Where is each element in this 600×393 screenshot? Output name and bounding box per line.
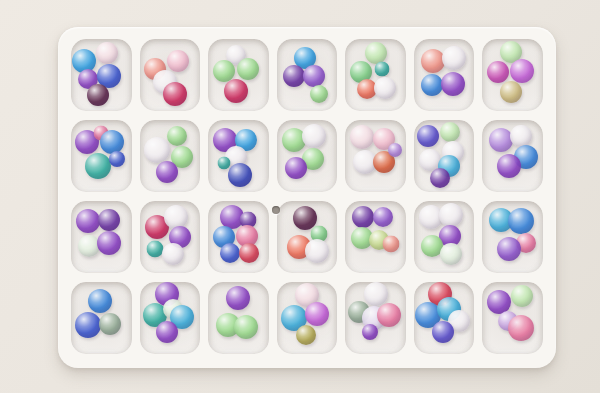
pit-r3-c1: [71, 201, 132, 273]
bead-tray: [58, 27, 556, 368]
bead-purple: [156, 321, 178, 343]
pit-r4-c1: [71, 282, 132, 354]
pit-r4-c5: [345, 282, 406, 354]
bead-salmon: [383, 236, 400, 253]
pit-r3-c5: [345, 201, 406, 273]
bead-purple: [497, 154, 521, 178]
bead-clear: [442, 46, 466, 70]
photo-scene: [0, 0, 600, 393]
pit-r1-c1: [71, 39, 132, 111]
bead-blue: [88, 289, 112, 313]
pit-r1-c2: [140, 39, 201, 111]
bead-teal: [374, 62, 389, 77]
bead-blueviolet: [417, 125, 439, 147]
bead-palegreen: [440, 122, 460, 142]
bead-indigo: [228, 163, 252, 187]
bead-darkpurple: [98, 209, 120, 231]
bead-blueviolet: [432, 321, 454, 343]
bead-clear: [144, 137, 170, 163]
bead-purple: [156, 161, 178, 183]
bead-clear: [302, 124, 326, 148]
bead-pink: [508, 315, 534, 341]
bead-maroon: [87, 84, 109, 106]
bead-purple: [97, 231, 121, 255]
bead-crimson: [163, 82, 187, 106]
bead-olive: [296, 325, 316, 345]
pit-r3-c3: [208, 201, 269, 273]
bead-lightpink: [167, 50, 189, 72]
pit-r2-c6: [414, 120, 475, 192]
pit-grid: [71, 39, 543, 354]
bead-palegreen: [511, 285, 533, 307]
bead-orchid: [305, 302, 329, 326]
pit-r4-c3: [208, 282, 269, 354]
bead-darkpurple: [283, 65, 305, 87]
bead-purple: [441, 72, 465, 96]
pit-r2-c5: [345, 120, 406, 192]
bead-clear: [162, 243, 184, 265]
pit-r1-c7: [482, 39, 543, 111]
bead-clear: [374, 77, 396, 99]
bead-orchid: [510, 59, 534, 83]
pit-r4-c7: [482, 282, 543, 354]
pit-r4-c6: [414, 282, 475, 354]
bead-clear: [510, 125, 532, 147]
pit-r3-c7: [482, 201, 543, 273]
bead-violet: [373, 207, 393, 227]
bead-darkpurple: [430, 168, 450, 188]
pit-r3-c6: [414, 201, 475, 273]
bead-purple: [226, 286, 250, 310]
pit-r4-c2: [140, 282, 201, 354]
bead-clear: [364, 282, 388, 306]
bead-royal: [109, 151, 125, 167]
bead-purple: [362, 324, 378, 340]
bead-darkpurple: [352, 206, 374, 228]
bead-lightgreen: [237, 58, 259, 80]
pit-r1-c5: [345, 39, 406, 111]
bead-teal: [147, 240, 164, 257]
bead-pink: [377, 303, 401, 327]
pit-r2-c4: [277, 120, 338, 192]
bead-purple: [285, 157, 307, 179]
bead-royal: [220, 243, 240, 263]
pit-r3-c2: [140, 201, 201, 273]
pit-r1-c4: [277, 39, 338, 111]
bead-clear: [164, 205, 188, 229]
pit-r4-c4: [277, 282, 338, 354]
bead-teal: [85, 153, 111, 179]
bead-lavender: [489, 128, 513, 152]
bead-cleargreen: [440, 243, 462, 265]
pit-r2-c3: [208, 120, 269, 192]
bead-sage: [99, 313, 121, 335]
bead-violet: [303, 65, 325, 87]
pit-r3-c4: [277, 201, 338, 273]
pit-r2-c1: [71, 120, 132, 192]
bead-lightgreen: [167, 126, 187, 146]
pit-r2-c7: [482, 120, 543, 192]
pit-r1-c6: [414, 39, 475, 111]
bead-crimson: [224, 79, 248, 103]
bead-red: [239, 243, 259, 263]
bead-clearpink: [350, 125, 374, 149]
bead-purple: [76, 209, 100, 233]
bead-magenta: [487, 61, 509, 83]
bead-clear: [305, 239, 329, 263]
bead-lavender: [388, 143, 402, 157]
bead-violet: [497, 237, 521, 261]
bead-lightgreen: [234, 315, 258, 339]
bead-lightgreen: [310, 85, 328, 103]
bead-blue: [508, 208, 534, 234]
bead-blue: [100, 130, 124, 154]
bead-royal: [75, 312, 101, 338]
pit-r2-c2: [140, 120, 201, 192]
pit-r1-c3: [208, 39, 269, 111]
bead-clearpink: [96, 42, 118, 64]
bead-tan: [500, 81, 522, 103]
